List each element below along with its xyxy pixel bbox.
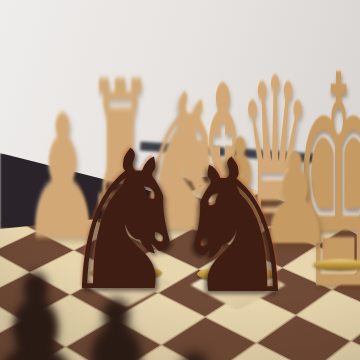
chess-photo-stage: ♟♜♞♝♛♚♟♟♞♞♟♟♟ [0, 0, 360, 360]
brass-base-ring [313, 259, 360, 270]
brass-base-ring [197, 266, 275, 282]
brass-base-ring [90, 265, 162, 280]
